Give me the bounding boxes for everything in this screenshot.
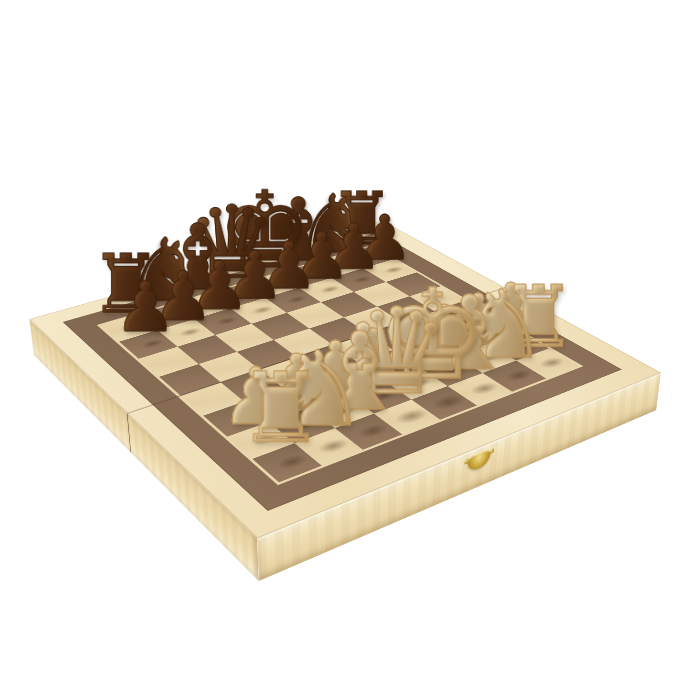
latch-shell-icon xyxy=(467,448,491,473)
chess-set-scene: ♜♞♝♚♛♝♞♜♟♟♟♟♟♟♟♟♟♟♟♟♟♟♟♟♜♞♝♚♛♝♞♜ xyxy=(0,0,700,700)
brass-latch xyxy=(464,446,495,476)
folding-chess-board: ♜♞♝♚♛♝♞♜♟♟♟♟♟♟♟♟♟♟♟♟♟♟♟♟♜♞♝♚♛♝♞♜ xyxy=(29,220,661,538)
rook-icon: ♜ xyxy=(237,363,324,455)
latch-screw-right-icon xyxy=(490,448,495,455)
pawn-icon: ♟ xyxy=(114,275,176,341)
product-photo-stage: ♜♞♝♚♛♝♞♜♟♟♟♟♟♟♟♟♟♟♟♟♟♟♟♟♜♞♝♚♛♝♞♜ xyxy=(0,0,700,700)
fold-seam-on-side xyxy=(127,413,132,453)
